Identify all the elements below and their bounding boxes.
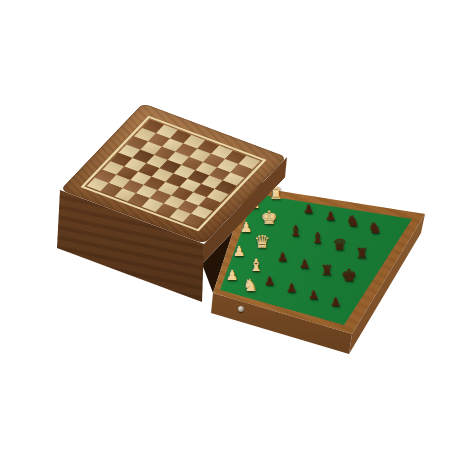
dark-king: ♚ (341, 267, 356, 284)
dark-knight: ♞ (346, 214, 359, 229)
light-knight: ♞ (242, 277, 257, 294)
light-pawn: ♟ (233, 244, 246, 258)
dark-rook: ♜ (321, 263, 334, 277)
dark-bishop: ♝ (311, 231, 324, 246)
dark-pawn: ♟ (300, 258, 311, 270)
dark-rook: ♜ (356, 246, 369, 260)
drawer-screw-knob (238, 306, 244, 312)
dark-pawn: ♟ (265, 275, 276, 287)
product-photo-chess-box: ♜♟♚♟♛♟♝♟♞♟♟♞♞♝♝♛♜♟♟♜♚♟♟♟♟ (0, 0, 452, 452)
dark-pawn: ♟ (304, 203, 315, 215)
dark-knight: ♞ (368, 221, 381, 236)
light-pawn: ♟ (226, 268, 239, 282)
dark-pawn: ♟ (309, 289, 320, 301)
light-king: ♚ (260, 208, 277, 227)
light-bishop: ♝ (248, 257, 263, 274)
light-queen: ♛ (254, 233, 270, 251)
dark-pawn: ♟ (278, 251, 289, 263)
dark-pawn: ♟ (326, 210, 337, 222)
dark-bishop: ♝ (289, 224, 302, 239)
dark-queen: ♛ (333, 237, 347, 253)
dark-pawn: ♟ (287, 282, 298, 294)
dark-pawn: ♟ (331, 296, 342, 308)
